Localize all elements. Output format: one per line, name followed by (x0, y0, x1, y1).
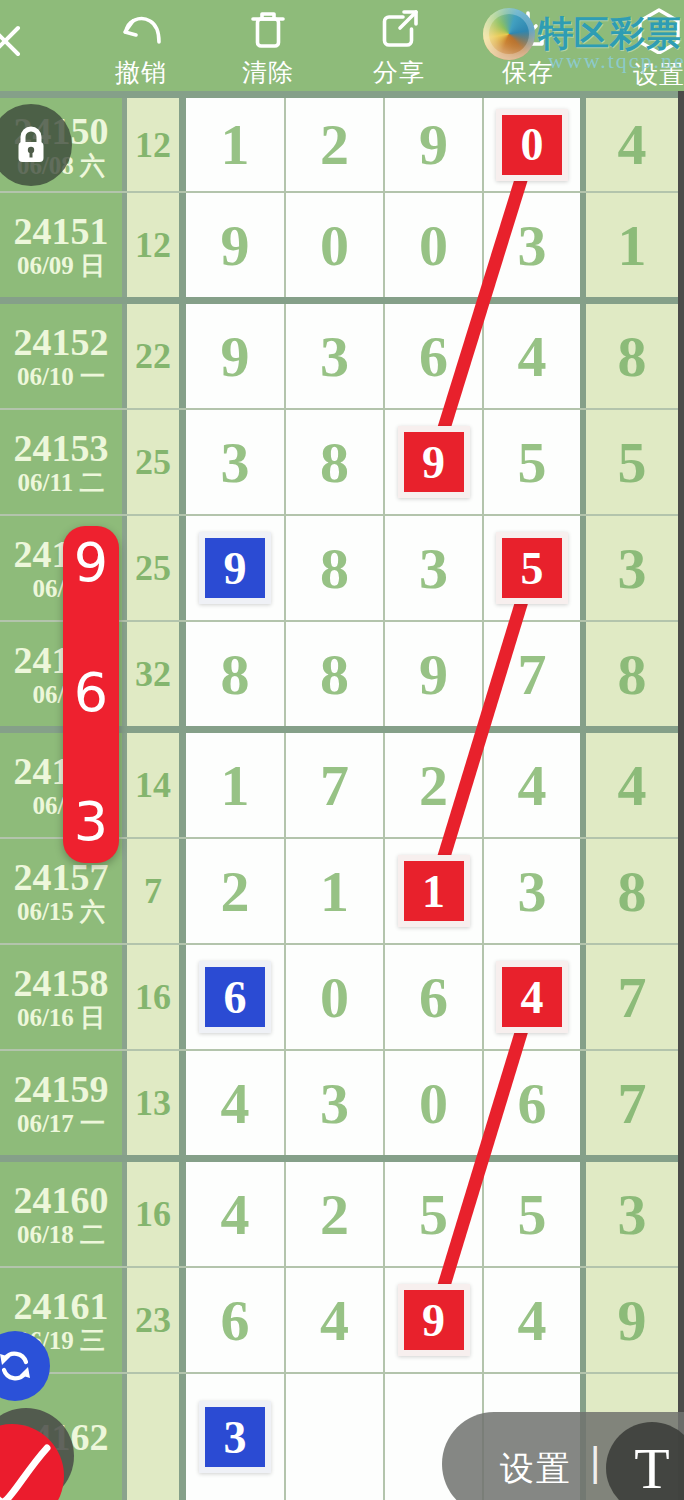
digit-cell[interactable]: 9 (385, 98, 482, 191)
issue-number: 24161 (14, 1287, 109, 1325)
extra-cell[interactable]: 8 (586, 622, 678, 726)
digit-cell[interactable]: 7 (484, 622, 580, 726)
extra-cell[interactable]: 9 (586, 1268, 678, 1372)
grid-border (179, 733, 186, 837)
digit-cell[interactable]: 9 (186, 516, 284, 620)
grid-border (179, 1162, 186, 1266)
blue-highlight-box: 9 (199, 532, 271, 604)
sum-cell: 23 (127, 1268, 179, 1372)
draw-date: 06/11 二 (18, 470, 105, 495)
pill-digit: 6 (74, 666, 108, 720)
row-label: 2415306/11 二 (0, 410, 122, 514)
extra-cell[interactable]: 3 (586, 1162, 678, 1266)
digit-cell[interactable]: 6 (186, 945, 284, 1049)
draw-date: 06/18 二 (17, 1222, 105, 1247)
red-highlight-box: 9 (398, 1284, 470, 1356)
table-row: 2415206/10 一2293648 (0, 304, 678, 410)
sum-cell: 16 (127, 1162, 179, 1266)
undo-icon (118, 8, 164, 52)
bottom-toolbar: 设置 | T (442, 1412, 684, 1500)
digit-cell[interactable]: 7 (286, 733, 383, 837)
digit-cell[interactable]: 4 (186, 1162, 284, 1266)
digit-cell[interactable]: 3 (286, 304, 383, 408)
issue-number: 24159 (14, 1070, 109, 1108)
share-icon (378, 8, 420, 52)
lottery-trend-chart-screen: 撤销 清除 分享 保存 设置 2415006/08 六1212904241 (0, 0, 684, 1500)
text-tool-glyph: T (634, 1435, 669, 1500)
refresh-icon (0, 1345, 36, 1387)
draw-date: 06/15 六 (17, 899, 105, 924)
watermark-logo (483, 8, 535, 60)
extra-cell[interactable]: 5 (586, 410, 678, 514)
digit-cell[interactable]: 5 (484, 1162, 580, 1266)
sum-cell: 25 (127, 516, 179, 620)
digit-cell[interactable]: 9 (385, 1268, 482, 1372)
digit-cell[interactable]: 3 (484, 193, 580, 297)
table-row: 2415806/16 日1660647 (0, 945, 678, 1051)
digit-cell[interactable]: 4 (484, 304, 580, 408)
blue-highlight-box: 3 (199, 1401, 271, 1473)
digit-cell[interactable]: 2 (385, 733, 482, 837)
red-highlight-box: 1 (398, 855, 470, 927)
grid-border (179, 193, 186, 297)
grid-border (179, 1268, 186, 1372)
sum-cell: 32 (127, 622, 179, 726)
close-icon[interactable] (0, 24, 22, 58)
pen-draw-button[interactable] (0, 1424, 64, 1500)
sum-cell: 14 (127, 733, 179, 837)
screen-edge-strip (678, 91, 684, 1500)
pen-check-icon (0, 1436, 57, 1500)
digit-cell[interactable]: 0 (385, 193, 482, 297)
digit-cell[interactable]: 8 (186, 622, 284, 726)
table-row: 2416106/19 三2364949 (0, 1268, 678, 1374)
digit-cell[interactable]: 1 (186, 98, 284, 191)
row-label: 2415806/16 日 (0, 945, 122, 1049)
bottom-divider: | (590, 1440, 600, 1485)
red-highlight-box: 5 (496, 532, 568, 604)
table-row: 2416006/18 二1642553 (0, 1162, 678, 1268)
digit-cell[interactable]: 1 (186, 733, 284, 837)
sum-cell: 13 (127, 1051, 179, 1155)
extra-cell[interactable]: 8 (586, 304, 678, 408)
share-button[interactable]: 分享 (351, 8, 447, 89)
sum-cell: 12 (127, 193, 179, 297)
digit-cell[interactable]: 4 (484, 1268, 580, 1372)
sum-cell: 12 (127, 98, 179, 191)
digit-cell[interactable]: 0 (286, 193, 383, 297)
digit-cell[interactable]: 4 (484, 945, 580, 1049)
extra-cell[interactable]: 7 (586, 945, 678, 1049)
digit-cell[interactable]: 3 (186, 410, 284, 514)
digit-cell[interactable]: 9 (385, 622, 482, 726)
red-highlight-box: 4 (496, 961, 568, 1033)
sum-cell (127, 1374, 179, 1500)
digit-cell[interactable]: 3 (385, 516, 482, 620)
digit-cell[interactable]: 3 (484, 839, 580, 943)
grid-border (179, 945, 186, 1049)
sum-cell: 25 (127, 410, 179, 514)
digit-cell[interactable]: 8 (286, 622, 383, 726)
pill-digit: 9 (74, 536, 108, 590)
digit-cell[interactable] (286, 1374, 383, 1500)
digit-cell[interactable]: 5 (385, 1162, 482, 1266)
digit-cell[interactable]: 5 (484, 410, 580, 514)
digit-cell[interactable]: 2 (286, 98, 383, 191)
digit-cell[interactable]: 2 (186, 839, 284, 943)
digit-cell[interactable]: 8 (286, 410, 383, 514)
digit-cell[interactable]: 4 (186, 1051, 284, 1155)
sum-cell: 22 (127, 304, 179, 408)
watermark-url: www.tqcp.net (548, 48, 684, 74)
pill-digit: 3 (74, 795, 108, 849)
grid-border (179, 839, 186, 943)
digit-cell[interactable]: 8 (286, 516, 383, 620)
clear-label: 清除 (220, 56, 316, 89)
digit-cell[interactable]: 9 (385, 410, 482, 514)
row-label: 2416006/18 二 (0, 1162, 122, 1266)
issue-number: 24151 (14, 212, 109, 250)
undo-button[interactable]: 撤销 (93, 8, 189, 89)
extra-cell[interactable]: 7 (586, 1051, 678, 1155)
grid-border (179, 98, 186, 191)
issue-number: 24157 (14, 858, 109, 896)
extra-cell[interactable]: 4 (586, 98, 678, 191)
row-label: 2415106/09 日 (0, 193, 122, 297)
digit-cell[interactable]: 6 (385, 945, 482, 1049)
digit-cell[interactable]: 0 (484, 98, 580, 191)
table-row: 2415306/11 二2538955 (0, 410, 678, 516)
bottom-settings-button[interactable]: 设置 (500, 1446, 572, 1492)
digit-cell[interactable]: 0 (286, 945, 383, 1049)
lock-icon (11, 124, 51, 166)
digit-cell[interactable]: 4 (484, 733, 580, 837)
draw-date: 06/17 一 (17, 1111, 105, 1136)
digit-cell[interactable]: 1 (286, 839, 383, 943)
digit-cell[interactable]: 6 (484, 1051, 580, 1155)
annotation-digit-pill[interactable]: 9 6 3 (63, 526, 119, 863)
digit-cell[interactable]: 1 (385, 839, 482, 943)
clear-button[interactable]: 清除 (220, 8, 316, 89)
digit-cell[interactable]: 6 (186, 1268, 284, 1372)
extra-cell[interactable]: 4 (586, 733, 678, 837)
digit-cell[interactable]: 5 (484, 516, 580, 620)
trash-icon (247, 8, 289, 52)
red-highlight-box: 0 (496, 109, 568, 181)
digit-cell[interactable]: 6 (385, 304, 482, 408)
blue-highlight-box: 6 (199, 961, 271, 1033)
issue-number: 24158 (14, 964, 109, 1002)
digit-cell[interactable]: 3 (286, 1051, 383, 1155)
digit-cell[interactable]: 4 (286, 1268, 383, 1372)
grid-border (179, 304, 186, 408)
row-label: 2415206/10 一 (0, 304, 122, 408)
digit-cell[interactable]: 0 (385, 1051, 482, 1155)
grid-border (179, 1051, 186, 1155)
undo-label: 撤销 (93, 56, 189, 89)
table-row: 2415906/17 一1343067 (0, 1051, 678, 1162)
digit-cell[interactable]: 9 (186, 193, 284, 297)
table-row: 2415106/09 日1290031 (0, 193, 678, 304)
share-label: 分享 (351, 56, 447, 89)
issue-number: 24153 (14, 429, 109, 467)
digit-cell[interactable]: 2 (286, 1162, 383, 1266)
row-label: 2415906/17 一 (0, 1051, 122, 1155)
sum-cell: 16 (127, 945, 179, 1049)
table-row: 2415006/08 六1212904 (0, 98, 678, 193)
draw-date: 06/10 一 (17, 364, 105, 389)
text-tool-button[interactable]: T (606, 1422, 684, 1500)
grid-border (179, 622, 186, 726)
issue-number: 24160 (14, 1181, 109, 1219)
extra-cell[interactable]: 1 (586, 193, 678, 297)
draw-date: 06/09 日 (17, 253, 105, 278)
red-highlight-box: 9 (398, 426, 470, 498)
issue-number: 24152 (14, 323, 109, 361)
digit-cell[interactable]: 9 (186, 304, 284, 408)
draw-date: 06/16 日 (17, 1005, 105, 1030)
grid-border (179, 410, 186, 514)
extra-cell[interactable]: 8 (586, 839, 678, 943)
grid-border (179, 516, 186, 620)
grid-border (179, 1374, 186, 1500)
sum-cell: 7 (127, 839, 179, 943)
extra-cell[interactable]: 3 (586, 516, 678, 620)
digit-cell[interactable]: 3 (186, 1374, 284, 1500)
